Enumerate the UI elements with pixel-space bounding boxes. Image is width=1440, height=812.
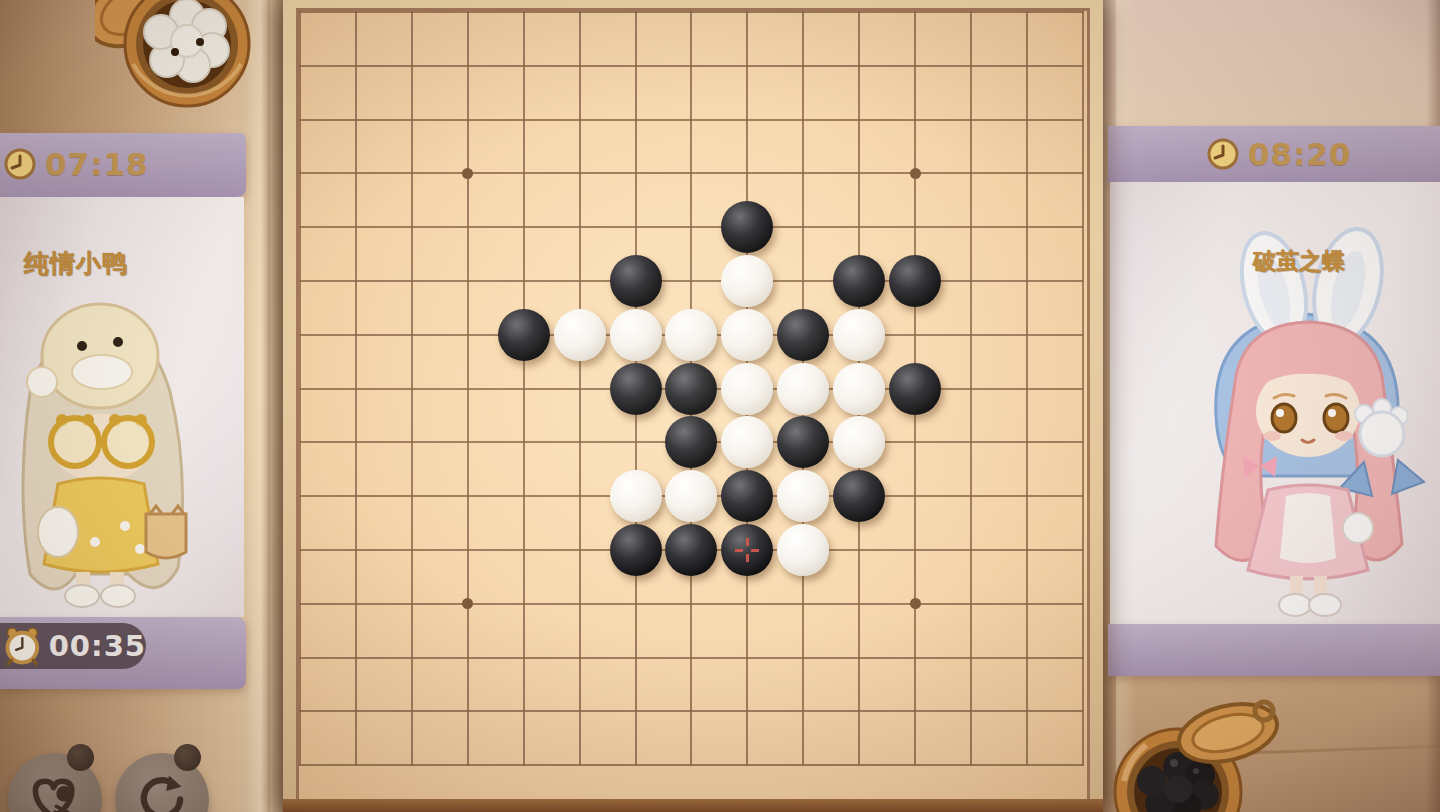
right-player-timer: 08:20	[1248, 136, 1352, 172]
black-stone	[721, 201, 773, 253]
white-stone	[665, 470, 717, 522]
board-grid[interactable]	[300, 12, 1083, 765]
white-stone	[610, 470, 662, 522]
white-stone	[833, 416, 885, 468]
grid-line	[299, 603, 1084, 605]
black-stone	[833, 255, 885, 307]
black-stone	[665, 524, 717, 576]
black-stone	[665, 416, 717, 468]
white-stone	[665, 309, 717, 361]
last-move-marker	[735, 538, 759, 562]
left-player-timer-row: 07:18	[3, 146, 149, 182]
left-player-timer: 07:18	[45, 146, 149, 182]
white-stone	[833, 363, 885, 415]
alarm-clock-icon	[2, 623, 43, 669]
grid-line	[1026, 11, 1028, 766]
white-stone	[721, 416, 773, 468]
board-shadow-left	[266, 0, 283, 812]
left-player-name: 纯情小鸭	[10, 247, 142, 280]
black-stone	[721, 470, 773, 522]
grid-line	[1082, 11, 1084, 766]
white-stone	[721, 309, 773, 361]
black-stone	[498, 309, 550, 361]
star-point	[462, 598, 473, 609]
left-player-avatar	[0, 272, 200, 617]
clock-icon	[3, 147, 37, 181]
black-stone	[721, 524, 773, 576]
white-stone	[554, 309, 606, 361]
right-player-avatar	[1186, 226, 1431, 621]
left-turn-timer-pill: 00:35	[0, 623, 146, 669]
star-point	[462, 168, 473, 179]
white-stone	[833, 309, 885, 361]
star-point	[910, 598, 921, 609]
white-stone	[777, 363, 829, 415]
star-point	[910, 168, 921, 179]
black-stone	[833, 470, 885, 522]
grid-line	[970, 11, 972, 766]
black-stone	[777, 309, 829, 361]
draw-offer-badge	[67, 744, 94, 771]
black-stone	[889, 363, 941, 415]
board-bottom-edge	[283, 799, 1103, 812]
white-stone	[721, 255, 773, 307]
right-player-timer-row: 08:20	[1206, 136, 1352, 172]
black-stone	[610, 363, 662, 415]
black-stone	[665, 363, 717, 415]
black-stone	[777, 416, 829, 468]
white-stone-bowl	[95, 0, 270, 113]
right-panel-band-bottom	[1108, 624, 1440, 676]
black-stone-bowl	[1106, 693, 1306, 812]
undo-badge	[174, 744, 201, 771]
white-stone	[777, 470, 829, 522]
white-stone	[610, 309, 662, 361]
white-stone	[777, 524, 829, 576]
left-turn-timer: 00:35	[49, 629, 146, 663]
clock-icon	[1206, 137, 1240, 171]
black-stone	[610, 255, 662, 307]
grid-line	[299, 657, 1084, 659]
grid-line	[299, 764, 1084, 766]
right-player-name: 破茧之蝶	[1241, 246, 1357, 277]
black-stone	[889, 255, 941, 307]
black-stone	[610, 524, 662, 576]
white-stone	[721, 363, 773, 415]
